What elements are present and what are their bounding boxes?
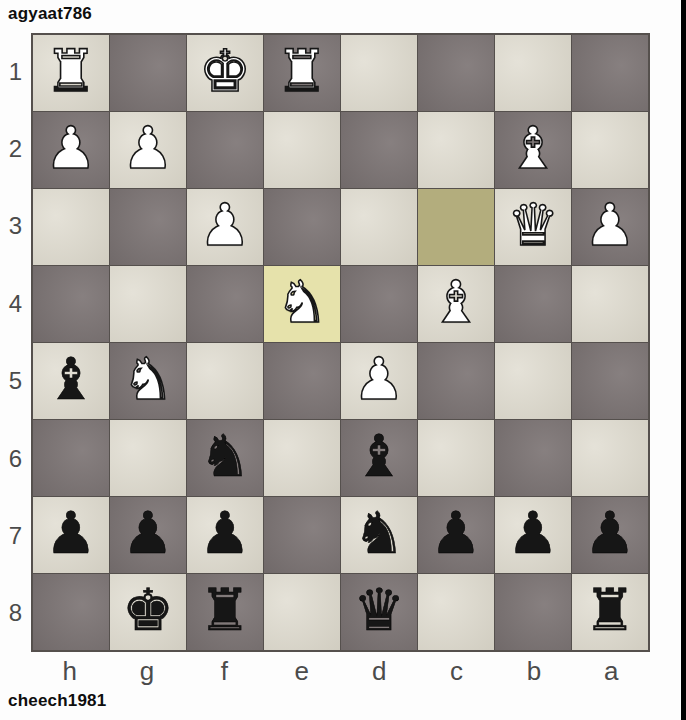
file-labels: hgfedcba — [31, 652, 650, 690]
square-a6[interactable] — [572, 420, 648, 496]
square-h7[interactable]: ♟ — [33, 497, 109, 573]
square-d2[interactable] — [341, 112, 417, 188]
rank-label-1: 1 — [0, 33, 31, 110]
square-e1[interactable]: ♜ — [264, 35, 340, 111]
square-e3[interactable] — [264, 189, 340, 265]
piece-black-knight[interactable]: ♞ — [199, 427, 251, 485]
square-c1[interactable] — [418, 35, 494, 111]
piece-black-pawn[interactable]: ♟ — [507, 504, 559, 562]
square-h4[interactable] — [33, 266, 109, 342]
square-b2[interactable]: ♝ — [495, 112, 571, 188]
square-a5[interactable] — [572, 343, 648, 419]
file-label-h: h — [31, 652, 108, 690]
square-a1[interactable] — [572, 35, 648, 111]
square-a3[interactable]: ♟ — [572, 189, 648, 265]
square-b1[interactable] — [495, 35, 571, 111]
square-b5[interactable] — [495, 343, 571, 419]
square-a8[interactable]: ♜ — [572, 574, 648, 650]
square-g7[interactable]: ♟ — [110, 497, 186, 573]
screen-edge-strip — [681, 0, 686, 720]
square-f8[interactable]: ♜ — [187, 574, 263, 650]
square-b6[interactable] — [495, 420, 571, 496]
square-c2[interactable] — [418, 112, 494, 188]
file-label-d: d — [341, 652, 418, 690]
top-player-name: agyaat786 — [8, 4, 92, 24]
piece-white-king[interactable]: ♚ — [199, 42, 251, 100]
rank-label-7: 7 — [0, 497, 31, 574]
square-g1[interactable] — [110, 35, 186, 111]
square-h6[interactable] — [33, 420, 109, 496]
square-c3[interactable] — [418, 189, 494, 265]
piece-black-knight[interactable]: ♞ — [353, 504, 405, 562]
piece-white-pawn[interactable]: ♟ — [45, 119, 97, 177]
piece-black-pawn[interactable]: ♟ — [430, 504, 482, 562]
square-c5[interactable] — [418, 343, 494, 419]
rank-label-6: 6 — [0, 420, 31, 497]
square-b3[interactable]: ♛ — [495, 189, 571, 265]
square-f1[interactable]: ♚ — [187, 35, 263, 111]
piece-white-rook[interactable]: ♜ — [276, 42, 328, 100]
square-f4[interactable] — [187, 266, 263, 342]
square-e2[interactable] — [264, 112, 340, 188]
square-d8[interactable]: ♛ — [341, 574, 417, 650]
square-g8[interactable]: ♚ — [110, 574, 186, 650]
piece-white-pawn[interactable]: ♟ — [122, 119, 174, 177]
square-d5[interactable]: ♟ — [341, 343, 417, 419]
rank-label-2: 2 — [0, 110, 31, 187]
square-c4[interactable]: ♝ — [418, 266, 494, 342]
square-e6[interactable] — [264, 420, 340, 496]
square-g5[interactable]: ♞ — [110, 343, 186, 419]
piece-white-knight[interactable]: ♞ — [122, 350, 174, 408]
square-h5[interactable]: ♝ — [33, 343, 109, 419]
square-a4[interactable] — [572, 266, 648, 342]
square-a2[interactable] — [572, 112, 648, 188]
square-f6[interactable]: ♞ — [187, 420, 263, 496]
square-h3[interactable] — [33, 189, 109, 265]
square-e5[interactable] — [264, 343, 340, 419]
square-c8[interactable] — [418, 574, 494, 650]
file-label-b: b — [495, 652, 572, 690]
square-g3[interactable] — [110, 189, 186, 265]
square-c6[interactable] — [418, 420, 494, 496]
piece-white-bishop[interactable]: ♝ — [507, 119, 559, 177]
square-g4[interactable] — [110, 266, 186, 342]
square-b7[interactable]: ♟ — [495, 497, 571, 573]
square-d4[interactable] — [341, 266, 417, 342]
rank-label-4: 4 — [0, 265, 31, 342]
rank-labels: 12345678 — [0, 33, 31, 652]
square-d7[interactable]: ♞ — [341, 497, 417, 573]
square-h8[interactable] — [33, 574, 109, 650]
file-label-f: f — [186, 652, 263, 690]
square-e7[interactable] — [264, 497, 340, 573]
square-e4[interactable]: ♞ — [264, 266, 340, 342]
file-label-c: c — [418, 652, 495, 690]
chess-board: ♜♚♜♟♟♝♟♛♟♞♝♝♞♟♞♝♟♟♟♞♟♟♟♚♜♛♜ — [31, 33, 650, 652]
square-d6[interactable]: ♝ — [341, 420, 417, 496]
square-g6[interactable] — [110, 420, 186, 496]
rank-label-8: 8 — [0, 575, 31, 652]
file-label-e: e — [263, 652, 340, 690]
piece-white-pawn[interactable]: ♟ — [353, 350, 405, 408]
piece-black-rook[interactable]: ♜ — [199, 581, 251, 639]
piece-black-pawn[interactable]: ♟ — [584, 504, 636, 562]
piece-black-pawn[interactable]: ♟ — [122, 504, 174, 562]
square-d3[interactable] — [341, 189, 417, 265]
rank-label-3: 3 — [0, 188, 31, 265]
piece-white-pawn[interactable]: ♟ — [199, 196, 251, 254]
square-g2[interactable]: ♟ — [110, 112, 186, 188]
piece-black-rook[interactable]: ♜ — [584, 581, 636, 639]
square-e8[interactable] — [264, 574, 340, 650]
square-f3[interactable]: ♟ — [187, 189, 263, 265]
piece-white-bishop[interactable]: ♝ — [430, 273, 482, 331]
square-f2[interactable] — [187, 112, 263, 188]
piece-black-bishop[interactable]: ♝ — [45, 350, 97, 408]
square-h2[interactable]: ♟ — [33, 112, 109, 188]
piece-black-queen[interactable]: ♛ — [353, 581, 405, 639]
piece-white-knight[interactable]: ♞ — [276, 273, 328, 331]
rank-label-5: 5 — [0, 343, 31, 420]
square-f7[interactable]: ♟ — [187, 497, 263, 573]
square-d1[interactable] — [341, 35, 417, 111]
square-c7[interactable]: ♟ — [418, 497, 494, 573]
file-label-a: a — [573, 652, 650, 690]
piece-black-pawn[interactable]: ♟ — [199, 504, 251, 562]
piece-white-rook[interactable]: ♜ — [45, 42, 97, 100]
piece-white-pawn[interactable]: ♟ — [584, 196, 636, 254]
piece-black-pawn[interactable]: ♟ — [45, 504, 97, 562]
piece-black-king[interactable]: ♚ — [122, 581, 174, 639]
square-f5[interactable] — [187, 343, 263, 419]
square-b8[interactable] — [495, 574, 571, 650]
square-b4[interactable] — [495, 266, 571, 342]
piece-black-bishop[interactable]: ♝ — [353, 427, 405, 485]
piece-white-queen[interactable]: ♛ — [507, 196, 559, 254]
bottom-player-name: cheech1981 — [8, 691, 106, 711]
square-h1[interactable]: ♜ — [33, 35, 109, 111]
file-label-g: g — [108, 652, 185, 690]
square-a7[interactable]: ♟ — [572, 497, 648, 573]
